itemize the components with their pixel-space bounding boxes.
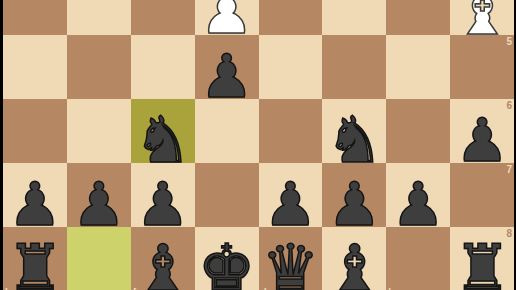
square-h4[interactable] [3,0,67,35]
square-e4[interactable]: ♟ [195,0,259,35]
square-c4[interactable] [322,0,386,35]
square-f5[interactable] [131,35,195,99]
rank-label-7: 7 [506,164,512,175]
square-f4[interactable] [131,0,195,35]
square-a4[interactable]: ♝4 [450,0,514,35]
square-g5[interactable] [67,35,131,99]
square-g8[interactable]: g [67,227,131,290]
square-h5[interactable] [3,35,67,99]
square-b6[interactable] [386,99,450,163]
piece-black-bishop[interactable]: ♝ [131,236,195,290]
square-d4[interactable] [259,0,323,35]
square-a5[interactable]: 5 [450,35,514,99]
square-c5[interactable] [322,35,386,99]
piece-black-rook[interactable]: ♜ [3,236,67,290]
piece-black-queen[interactable]: ♛ [259,236,323,290]
square-g6[interactable] [67,99,131,163]
square-d7[interactable]: ♟ [259,163,323,227]
square-g7[interactable]: ♟ [67,163,131,227]
square-b4[interactable] [386,0,450,35]
square-c7[interactable]: ♟ [322,163,386,227]
square-d5[interactable] [259,35,323,99]
piece-black-bishop[interactable]: ♝ [322,236,386,290]
square-a7[interactable]: 7 [450,163,514,227]
square-e7[interactable] [195,163,259,227]
square-b7[interactable]: ♟ [386,163,450,227]
square-b8[interactable]: b [386,227,450,290]
square-e6[interactable] [195,99,259,163]
square-d8[interactable]: ♛d [259,227,323,290]
square-c6[interactable]: ♞ [322,99,386,163]
square-f7[interactable]: ♟ [131,163,195,227]
cropped-chessboard-frame: ♟♝4♟5♞♞♟6♟♟♟♟♟♟7♜hg♝f♚e♛d♝cb♜8a [0,0,516,290]
rank-label-5: 5 [506,36,512,47]
square-f6[interactable]: ♞ [131,99,195,163]
square-e5[interactable]: ♟ [195,35,259,99]
square-a6[interactable]: ♟6 [450,99,514,163]
square-a8[interactable]: ♜8a [450,227,514,290]
square-c8[interactable]: ♝c [322,227,386,290]
square-g4[interactable] [67,0,131,35]
square-e8[interactable]: ♚e [195,227,259,290]
square-f8[interactable]: ♝f [131,227,195,290]
square-h8[interactable]: ♜h [3,227,67,290]
square-b5[interactable] [386,35,450,99]
piece-black-king[interactable]: ♚ [195,236,259,290]
square-d6[interactable] [259,99,323,163]
chess-board: ♟♝4♟5♞♞♟6♟♟♟♟♟♟7♜hg♝f♚e♛d♝cb♜8a [3,0,514,290]
square-h6[interactable] [3,99,67,163]
piece-black-rook[interactable]: ♜ [450,236,514,290]
square-h7[interactable]: ♟ [3,163,67,227]
